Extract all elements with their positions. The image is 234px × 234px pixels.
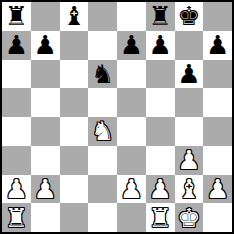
piece-black-rook: ♜ xyxy=(5,3,28,29)
square-a8[interactable]: ♜ xyxy=(2,2,31,31)
piece-black-knight: ♞ xyxy=(91,61,114,87)
square-a5[interactable] xyxy=(2,88,31,117)
square-c3[interactable] xyxy=(60,146,89,175)
square-g6[interactable]: ♟ xyxy=(175,60,204,89)
square-b3[interactable] xyxy=(31,146,60,175)
square-c7[interactable] xyxy=(60,31,89,60)
square-h5[interactable] xyxy=(203,88,232,117)
square-c4[interactable] xyxy=(60,117,89,146)
square-a2[interactable]: ♟ xyxy=(2,175,31,204)
square-d4[interactable]: ♞ xyxy=(88,117,117,146)
square-b1[interactable] xyxy=(31,203,60,232)
square-e4[interactable] xyxy=(117,117,146,146)
square-e1[interactable] xyxy=(117,203,146,232)
square-h7[interactable]: ♟ xyxy=(203,31,232,60)
piece-white-king: ♚ xyxy=(177,205,200,231)
piece-black-pawn: ♟ xyxy=(120,32,143,58)
square-e8[interactable] xyxy=(117,2,146,31)
square-h1[interactable] xyxy=(203,203,232,232)
piece-black-pawn: ♟ xyxy=(33,32,56,58)
square-c8[interactable]: ♝ xyxy=(60,2,89,31)
square-g7[interactable] xyxy=(175,31,204,60)
square-b2[interactable]: ♟ xyxy=(31,175,60,204)
piece-black-king: ♚ xyxy=(177,3,200,29)
square-b4[interactable] xyxy=(31,117,60,146)
square-d5[interactable] xyxy=(88,88,117,117)
piece-black-bishop: ♝ xyxy=(62,3,85,29)
piece-white-pawn: ♟ xyxy=(148,176,171,202)
square-c2[interactable] xyxy=(60,175,89,204)
square-h8[interactable] xyxy=(203,2,232,31)
square-a3[interactable] xyxy=(2,146,31,175)
square-d6[interactable]: ♞ xyxy=(88,60,117,89)
chessboard: ♜♝♜♚♟♟♟♟♟♞♟♞♟♟♟♟♟♝♟♜♜♚ xyxy=(2,2,232,232)
square-h4[interactable] xyxy=(203,117,232,146)
piece-white-knight: ♞ xyxy=(91,118,114,144)
piece-white-pawn: ♟ xyxy=(120,176,143,202)
piece-black-rook: ♜ xyxy=(148,3,171,29)
piece-white-bishop: ♝ xyxy=(177,176,200,202)
square-f2[interactable]: ♟ xyxy=(146,175,175,204)
square-e5[interactable] xyxy=(117,88,146,117)
square-g2[interactable]: ♝ xyxy=(175,175,204,204)
square-h2[interactable]: ♟ xyxy=(203,175,232,204)
square-a1[interactable]: ♜ xyxy=(2,203,31,232)
square-e3[interactable] xyxy=(117,146,146,175)
piece-white-rook: ♜ xyxy=(5,205,28,231)
square-a4[interactable] xyxy=(2,117,31,146)
square-d3[interactable] xyxy=(88,146,117,175)
square-b5[interactable] xyxy=(31,88,60,117)
square-f8[interactable]: ♜ xyxy=(146,2,175,31)
chessboard-frame: ♜♝♜♚♟♟♟♟♟♞♟♞♟♟♟♟♟♝♟♜♜♚ xyxy=(0,0,234,234)
piece-white-pawn: ♟ xyxy=(33,176,56,202)
square-g1[interactable]: ♚ xyxy=(175,203,204,232)
square-e6[interactable] xyxy=(117,60,146,89)
piece-white-pawn: ♟ xyxy=(206,176,229,202)
square-f1[interactable]: ♜ xyxy=(146,203,175,232)
square-g3[interactable]: ♟ xyxy=(175,146,204,175)
piece-black-pawn: ♟ xyxy=(5,32,28,58)
square-e7[interactable]: ♟ xyxy=(117,31,146,60)
square-b8[interactable] xyxy=(31,2,60,31)
square-d7[interactable] xyxy=(88,31,117,60)
square-a6[interactable] xyxy=(2,60,31,89)
square-f3[interactable] xyxy=(146,146,175,175)
square-d8[interactable] xyxy=(88,2,117,31)
piece-white-pawn: ♟ xyxy=(5,176,28,202)
square-f4[interactable] xyxy=(146,117,175,146)
piece-white-rook: ♜ xyxy=(148,205,171,231)
square-c6[interactable] xyxy=(60,60,89,89)
square-e2[interactable]: ♟ xyxy=(117,175,146,204)
piece-black-pawn: ♟ xyxy=(177,61,200,87)
piece-white-pawn: ♟ xyxy=(177,147,200,173)
square-c1[interactable] xyxy=(60,203,89,232)
square-a7[interactable]: ♟ xyxy=(2,31,31,60)
square-f7[interactable]: ♟ xyxy=(146,31,175,60)
square-h3[interactable] xyxy=(203,146,232,175)
square-g8[interactable]: ♚ xyxy=(175,2,204,31)
square-f6[interactable] xyxy=(146,60,175,89)
square-h6[interactable] xyxy=(203,60,232,89)
square-d1[interactable] xyxy=(88,203,117,232)
square-f5[interactable] xyxy=(146,88,175,117)
square-b6[interactable] xyxy=(31,60,60,89)
square-b7[interactable]: ♟ xyxy=(31,31,60,60)
piece-black-pawn: ♟ xyxy=(148,32,171,58)
square-g5[interactable] xyxy=(175,88,204,117)
square-c5[interactable] xyxy=(60,88,89,117)
square-d2[interactable] xyxy=(88,175,117,204)
square-g4[interactable] xyxy=(175,117,204,146)
piece-black-pawn: ♟ xyxy=(206,32,229,58)
